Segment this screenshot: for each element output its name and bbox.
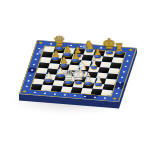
- pearl-dot: [27, 80, 30, 82]
- pearl-dot: [90, 46, 93, 48]
- pearl-dot: [126, 60, 129, 62]
- pearl-dot: [31, 69, 34, 71]
- pearl-dot: [63, 94, 66, 96]
- pearl-dot: [100, 47, 103, 49]
- pearl-dot: [115, 93, 118, 95]
- pearl-dot: [34, 58, 37, 60]
- pearl-dot: [53, 93, 56, 95]
- pearl-dot: [32, 64, 35, 66]
- pearl-dot: [128, 55, 131, 57]
- pearl-dot: [25, 85, 28, 87]
- square-h1[interactable]: [101, 90, 113, 96]
- pearl-dot: [73, 95, 76, 97]
- pearl-dot: [43, 92, 46, 94]
- pearl-dot: [60, 44, 63, 46]
- checkerboard: [31, 46, 125, 96]
- corner-ornament: [129, 49, 134, 51]
- pearl-dot: [50, 43, 53, 45]
- pearl-dot: [124, 66, 127, 68]
- pearl-dot: [121, 76, 124, 78]
- pearl-dot: [33, 92, 36, 94]
- pearl-dot: [80, 45, 83, 47]
- pearl-dot: [70, 45, 73, 47]
- pearl-dot: [103, 97, 106, 99]
- pearl-dot: [120, 49, 123, 51]
- pearl-dot: [119, 82, 122, 84]
- pearl-dot: [29, 75, 32, 77]
- pearl-dot: [36, 53, 39, 55]
- pearl-dot: [122, 71, 125, 73]
- pearl-dot: [110, 48, 113, 50]
- corner-ornament: [39, 42, 44, 44]
- pearl-dot: [93, 96, 96, 98]
- corner-ornament: [113, 98, 118, 100]
- pearl-dot: [38, 48, 41, 50]
- pearl-dot: [83, 96, 86, 98]
- corner-ornament: [23, 90, 28, 92]
- chess-set-photo: ♛♞♚♜♟♟♟♟♟♟♝♞♟♟♟♛♚♝♟: [0, 0, 150, 150]
- chess-board: [19, 40, 137, 102]
- pearl-dot: [117, 87, 120, 89]
